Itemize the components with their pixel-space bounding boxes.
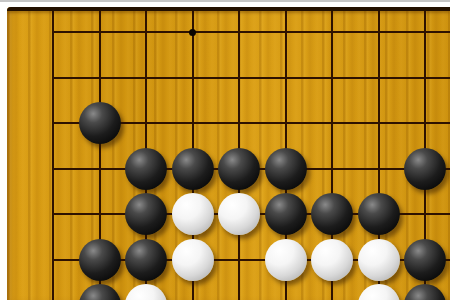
grid-horizontal-line <box>52 77 450 79</box>
white-stone <box>218 193 260 235</box>
black-stone <box>79 102 121 144</box>
grid-vertical-line <box>52 11 54 300</box>
white-stone <box>265 239 307 281</box>
board-cut-edge <box>7 7 450 11</box>
black-stone <box>218 148 260 190</box>
grid-horizontal-line <box>52 31 450 33</box>
black-stone <box>404 148 446 190</box>
white-stone <box>172 239 214 281</box>
black-stone <box>172 148 214 190</box>
star-point <box>189 29 196 36</box>
white-stone <box>358 239 400 281</box>
white-stone <box>172 193 214 235</box>
black-stone <box>125 148 167 190</box>
black-stone <box>79 239 121 281</box>
white-stone <box>311 239 353 281</box>
black-stone <box>125 193 167 235</box>
black-stone <box>265 148 307 190</box>
black-stone <box>358 193 400 235</box>
black-stone <box>125 239 167 281</box>
black-stone <box>404 239 446 281</box>
go-board[interactable] <box>7 7 450 300</box>
black-stone <box>311 193 353 235</box>
page-background: { "game": "go", "view_note": "cropped pa… <box>0 0 450 300</box>
window-top-edge <box>0 0 450 2</box>
black-stone <box>265 193 307 235</box>
